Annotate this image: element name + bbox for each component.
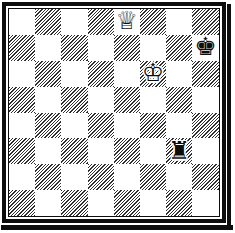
chessboard-frame: ♕♚♔♜ bbox=[2, 2, 226, 223]
square-d4 bbox=[88, 113, 114, 139]
square-a7 bbox=[9, 35, 35, 61]
square-g3: ♜ bbox=[166, 138, 192, 164]
square-c8 bbox=[61, 9, 87, 35]
square-c2 bbox=[61, 164, 87, 190]
square-e2 bbox=[114, 164, 140, 190]
square-a8 bbox=[9, 9, 35, 35]
square-d7 bbox=[88, 35, 114, 61]
square-b2 bbox=[35, 164, 61, 190]
square-b7 bbox=[35, 35, 61, 61]
square-b8 bbox=[35, 9, 61, 35]
square-c3 bbox=[61, 138, 87, 164]
square-g2 bbox=[166, 164, 192, 190]
square-c4 bbox=[61, 113, 87, 139]
square-g1 bbox=[166, 190, 192, 216]
square-a1 bbox=[9, 190, 35, 216]
square-d1 bbox=[88, 190, 114, 216]
square-d2 bbox=[88, 164, 114, 190]
white-queen: ♕ bbox=[116, 8, 138, 33]
square-c1 bbox=[61, 190, 87, 216]
chessboard-inner-border: ♕♚♔♜ bbox=[8, 8, 220, 217]
square-e1 bbox=[114, 190, 140, 216]
black-king: ♚ bbox=[194, 34, 216, 59]
square-c7 bbox=[61, 35, 87, 61]
square-e4 bbox=[114, 113, 140, 139]
square-a6 bbox=[9, 61, 35, 87]
chessboard: ♕♚♔♜ bbox=[9, 9, 219, 216]
square-a3 bbox=[9, 138, 35, 164]
square-a2 bbox=[9, 164, 35, 190]
square-b1 bbox=[35, 190, 61, 216]
square-b4 bbox=[35, 113, 61, 139]
square-f3 bbox=[140, 138, 166, 164]
square-h2 bbox=[192, 164, 218, 190]
square-f1 bbox=[140, 190, 166, 216]
square-h1 bbox=[192, 190, 218, 216]
square-e7 bbox=[114, 35, 140, 61]
square-g8 bbox=[166, 9, 192, 35]
square-h5 bbox=[192, 87, 218, 113]
square-h4 bbox=[192, 113, 218, 139]
square-f2 bbox=[140, 164, 166, 190]
square-f5 bbox=[140, 87, 166, 113]
square-c6 bbox=[61, 61, 87, 87]
square-c5 bbox=[61, 87, 87, 113]
square-e3 bbox=[114, 138, 140, 164]
square-d8 bbox=[88, 9, 114, 35]
square-b5 bbox=[35, 87, 61, 113]
square-a5 bbox=[9, 87, 35, 113]
square-h6 bbox=[192, 61, 218, 87]
square-a4 bbox=[9, 113, 35, 139]
square-e8: ♕ bbox=[114, 9, 140, 35]
square-h7: ♚ bbox=[192, 35, 218, 61]
black-rook: ♜ bbox=[168, 138, 190, 163]
square-b3 bbox=[35, 138, 61, 164]
page-shadow-right bbox=[227, 4, 231, 226]
square-e5 bbox=[114, 87, 140, 113]
square-b6 bbox=[35, 61, 61, 87]
page-shadow-bottom bbox=[1, 225, 233, 230]
square-h8 bbox=[192, 9, 218, 35]
square-e6 bbox=[114, 61, 140, 87]
square-h3 bbox=[192, 138, 218, 164]
square-f8 bbox=[140, 9, 166, 35]
square-f7 bbox=[140, 35, 166, 61]
square-g7 bbox=[166, 35, 192, 61]
white-king: ♔ bbox=[142, 60, 164, 85]
square-d6 bbox=[88, 61, 114, 87]
square-d5 bbox=[88, 87, 114, 113]
square-g4 bbox=[166, 113, 192, 139]
square-g6 bbox=[166, 61, 192, 87]
square-d3 bbox=[88, 138, 114, 164]
square-f6: ♔ bbox=[140, 61, 166, 87]
square-f4 bbox=[140, 113, 166, 139]
square-g5 bbox=[166, 87, 192, 113]
